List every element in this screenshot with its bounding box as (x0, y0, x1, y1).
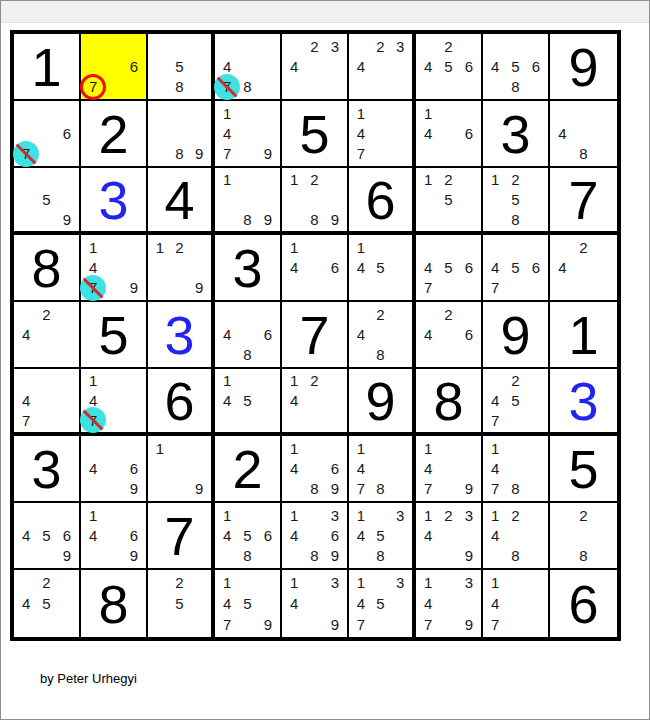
candidate-7[interactable]: 7 (83, 278, 103, 298)
candidate-5[interactable]: 5 (170, 56, 190, 76)
cell-r9c4[interactable]: 14579 (215, 570, 282, 637)
cell-r4c7[interactable]: 4567 (416, 235, 483, 302)
candidate-4[interactable]: 4 (16, 391, 36, 411)
candidate-5[interactable]: 5 (438, 257, 458, 277)
candidate-4[interactable]: 4 (16, 324, 36, 344)
candidate-9[interactable]: 9 (459, 546, 479, 566)
candidate-empty (124, 371, 144, 391)
candidate-empty (103, 56, 123, 76)
cell-r8c5[interactable]: 134689 (282, 503, 349, 570)
candidate-6[interactable]: 6 (325, 458, 345, 478)
candidate-4[interactable]: 4 (284, 458, 304, 478)
candidate-1[interactable]: 1 (485, 170, 505, 190)
cell-r9c5[interactable]: 1349 (282, 570, 349, 637)
candidate-7[interactable]: 7 (83, 77, 103, 97)
cell-r1c8[interactable]: 4568 (483, 34, 550, 101)
candidate-empty (459, 525, 479, 545)
cell-r1c3[interactable]: 58 (148, 34, 215, 101)
candidate-1[interactable]: 1 (418, 103, 438, 123)
cell-r6c6[interactable]: 9 (349, 369, 416, 436)
candidate-9[interactable]: 9 (124, 546, 144, 566)
candidate-5[interactable]: 5 (237, 525, 257, 545)
cell-r2c7[interactable]: 146 (416, 101, 483, 168)
candidate-4[interactable]: 4 (83, 458, 103, 478)
candidate-9[interactable]: 9 (189, 479, 209, 499)
candidate-4[interactable]: 4 (485, 458, 505, 478)
candidate-1[interactable]: 1 (351, 237, 371, 257)
candidate-4[interactable]: 4 (351, 123, 371, 143)
candidate-3[interactable]: 3 (325, 505, 345, 525)
candidate-2[interactable]: 2 (304, 36, 324, 56)
candidate-4[interactable]: 4 (351, 324, 371, 344)
candidate-1[interactable]: 1 (83, 237, 103, 257)
candidate-empty (124, 438, 144, 458)
candidate-8[interactable]: 8 (237, 77, 257, 97)
given-digit: 7 (282, 302, 347, 367)
candidate-4[interactable]: 4 (418, 257, 438, 277)
candidate-1[interactable]: 1 (83, 371, 103, 391)
cell-r8c7[interactable]: 12349 (416, 503, 483, 570)
candidate-2[interactable]: 2 (36, 572, 56, 593)
candidate-8[interactable]: 8 (304, 546, 324, 566)
candidate-empty (418, 546, 438, 566)
candidate-8[interactable]: 8 (237, 209, 257, 229)
candidate-9[interactable]: 9 (459, 614, 479, 635)
candidate-4[interactable]: 4 (217, 525, 237, 545)
candidate-4[interactable]: 4 (351, 257, 371, 277)
candidate-empty (526, 438, 546, 458)
cell-r3c4[interactable]: 189 (215, 168, 282, 235)
candidate-8[interactable]: 8 (371, 479, 391, 499)
candidate-4[interactable]: 4 (418, 123, 438, 143)
candidate-empty (237, 123, 257, 143)
candidate-8[interactable]: 8 (170, 144, 190, 164)
candidate-4[interactable]: 4 (418, 56, 438, 76)
candidate-4[interactable]: 4 (16, 593, 36, 614)
candidate-1[interactable]: 1 (418, 572, 438, 593)
candidate-7[interactable]: 7 (418, 278, 438, 298)
cell-r2c4[interactable]: 1479 (215, 101, 282, 168)
cell-r2c8[interactable]: 3 (483, 101, 550, 168)
candidate-9[interactable]: 9 (325, 479, 345, 499)
candidate-8[interactable]: 8 (237, 546, 257, 566)
cell-r7c4[interactable]: 2 (215, 436, 282, 503)
candidate-7[interactable]: 7 (485, 278, 505, 298)
candidate-8[interactable]: 8 (505, 77, 525, 97)
candidate-1[interactable]: 1 (418, 438, 438, 458)
cell-r9c6[interactable]: 13457 (349, 570, 416, 637)
cell-r9c3[interactable]: 25 (148, 570, 215, 637)
candidate-1[interactable]: 1 (418, 505, 438, 525)
candidate-empty (258, 103, 278, 123)
candidate-6[interactable]: 6 (124, 458, 144, 478)
candidate-1[interactable]: 1 (485, 505, 505, 525)
candidate-4[interactable]: 4 (284, 593, 304, 614)
candidate-4[interactable]: 4 (485, 593, 505, 614)
candidate-8[interactable]: 8 (237, 345, 257, 365)
candidate-4[interactable]: 4 (217, 123, 237, 143)
cell-r3c8[interactable]: 1258 (483, 168, 550, 235)
candidate-5[interactable]: 5 (36, 525, 56, 545)
candidate-1[interactable]: 1 (351, 438, 371, 458)
candidate-3[interactable]: 3 (390, 36, 410, 56)
candidate-2[interactable]: 2 (505, 170, 525, 190)
given-digit: 5 (81, 302, 146, 367)
candidate-9[interactable]: 9 (189, 144, 209, 164)
candidate-4[interactable]: 4 (418, 593, 438, 614)
candidate-3[interactable]: 3 (390, 572, 410, 593)
candidate-8[interactable]: 8 (505, 546, 525, 566)
candidate-4[interactable]: 4 (217, 593, 237, 614)
candidate-4[interactable]: 4 (284, 56, 304, 76)
candidate-1[interactable]: 1 (284, 505, 304, 525)
candidate-2[interactable]: 2 (505, 505, 525, 525)
candidate-9[interactable]: 9 (57, 546, 77, 566)
cell-r5c4[interactable]: 468 (215, 302, 282, 369)
candidate-7[interactable]: 7 (351, 144, 371, 164)
candidate-6[interactable]: 6 (459, 324, 479, 344)
candidate-4[interactable]: 4 (351, 56, 371, 76)
candidate-empty (304, 525, 324, 545)
cell-r1c5[interactable]: 234 (282, 34, 349, 101)
candidate-6[interactable]: 6 (325, 525, 345, 545)
cell-r6c1[interactable]: 47 (14, 369, 81, 436)
cell-r1c2[interactable]: 67 (81, 34, 148, 101)
candidate-7[interactable]: 7 (16, 410, 36, 430)
candidate-5[interactable]: 5 (237, 391, 257, 411)
candidate-7[interactable]: 7 (485, 410, 505, 430)
candidate-6[interactable]: 6 (124, 56, 144, 76)
candidate-4[interactable]: 4 (284, 257, 304, 277)
candidate-7[interactable]: 7 (485, 479, 505, 499)
cell-r5c7[interactable]: 246 (416, 302, 483, 369)
candidate-1[interactable]: 1 (351, 572, 371, 593)
cell-r1c6[interactable]: 234 (349, 34, 416, 101)
given-digit: 4 (148, 168, 211, 231)
candidate-9[interactable]: 9 (325, 209, 345, 229)
candidate-9[interactable]: 9 (325, 546, 345, 566)
cell-r3c2[interactable]: 3 (81, 168, 148, 235)
cell-r9c7[interactable]: 13479 (416, 570, 483, 637)
cell-r9c8[interactable]: 147 (483, 570, 550, 637)
cell-r3c5[interactable]: 1289 (282, 168, 349, 235)
candidate-3[interactable]: 3 (325, 572, 345, 593)
candidate-9[interactable]: 9 (258, 209, 278, 229)
candidate-1[interactable]: 1 (217, 371, 237, 391)
candidate-empty (325, 593, 345, 614)
cell-r5c3[interactable]: 3 (148, 302, 215, 369)
candidate-4[interactable]: 4 (351, 593, 371, 614)
candidate-6[interactable]: 6 (57, 525, 77, 545)
cell-r4c3[interactable]: 129 (148, 235, 215, 302)
cell-r3c6[interactable]: 6 (349, 168, 416, 235)
candidate-4[interactable]: 4 (217, 324, 237, 344)
candidate-6[interactable]: 6 (124, 525, 144, 545)
candidate-5[interactable]: 5 (505, 391, 525, 411)
candidate-1[interactable]: 1 (351, 103, 371, 123)
candidate-7[interactable]: 7 (217, 614, 237, 635)
cell-r8c1[interactable]: 4569 (14, 503, 81, 570)
candidate-9[interactable]: 9 (459, 479, 479, 499)
cell-r4c5[interactable]: 146 (282, 235, 349, 302)
cell-r3c7[interactable]: 125 (416, 168, 483, 235)
candidate-6[interactable]: 6 (258, 525, 278, 545)
candidate-1[interactable]: 1 (351, 505, 371, 525)
candidate-empty (57, 505, 77, 525)
candidate-empty (418, 304, 438, 324)
candidate-empty (150, 278, 170, 298)
cell-r2c2[interactable]: 2 (81, 101, 148, 168)
candidate-9[interactable]: 9 (325, 614, 345, 635)
candidate-1[interactable]: 1 (217, 103, 237, 123)
candidate-6[interactable]: 6 (325, 257, 345, 277)
cell-r7c9[interactable]: 5 (550, 436, 617, 503)
candidate-empty (304, 593, 324, 614)
candidate-5[interactable]: 5 (237, 593, 257, 614)
cell-r7c8[interactable]: 1478 (483, 436, 550, 503)
candidate-1[interactable]: 1 (284, 572, 304, 593)
cell-r5c1[interactable]: 24 (14, 302, 81, 369)
cell-r2c6[interactable]: 147 (349, 101, 416, 168)
cell-r5c2[interactable]: 5 (81, 302, 148, 369)
candidate-8[interactable]: 8 (505, 479, 525, 499)
candidate-5[interactable]: 5 (36, 593, 56, 614)
candidate-5[interactable]: 5 (371, 593, 391, 614)
candidate-3[interactable]: 3 (459, 572, 479, 593)
candidate-1[interactable]: 1 (217, 505, 237, 525)
candidate-2[interactable]: 2 (438, 170, 458, 190)
cell-r4c6[interactable]: 145 (349, 235, 416, 302)
cell-r9c2[interactable]: 8 (81, 570, 148, 637)
cell-r2c1[interactable]: 67 (14, 101, 81, 168)
candidate-2[interactable]: 2 (170, 237, 190, 257)
candidate-3[interactable]: 3 (459, 505, 479, 525)
candidate-9[interactable]: 9 (189, 278, 209, 298)
candidate-4[interactable]: 4 (552, 257, 573, 277)
cell-r6c8[interactable]: 2457 (483, 369, 550, 436)
candidate-4[interactable]: 4 (351, 525, 371, 545)
candidate-7[interactable]: 7 (418, 614, 438, 635)
cell-r7c6[interactable]: 1478 (349, 436, 416, 503)
candidate-8[interactable]: 8 (304, 209, 324, 229)
candidate-9[interactable]: 9 (124, 278, 144, 298)
candidate-8[interactable]: 8 (371, 546, 391, 566)
cell-r4c8[interactable]: 4567 (483, 235, 550, 302)
candidate-4[interactable]: 4 (418, 525, 438, 545)
candidate-2[interactable]: 2 (438, 36, 458, 56)
cell-r4c4[interactable]: 3 (215, 235, 282, 302)
candidate-2[interactable]: 2 (573, 237, 594, 257)
candidate-6[interactable]: 6 (459, 257, 479, 277)
candidate-8[interactable]: 8 (573, 144, 594, 164)
candidate-1[interactable]: 1 (150, 237, 170, 257)
cell-r6c9[interactable]: 3 (550, 369, 617, 436)
candidate-2[interactable]: 2 (304, 371, 324, 391)
cell-r2c9[interactable]: 48 (550, 101, 617, 168)
candidate-3[interactable]: 3 (325, 36, 345, 56)
candidate-8[interactable]: 8 (170, 77, 190, 97)
candidate-7[interactable]: 7 (485, 614, 505, 635)
candidate-4[interactable]: 4 (485, 525, 505, 545)
candidate-7[interactable]: 7 (83, 410, 103, 430)
candidate-6[interactable]: 6 (459, 123, 479, 143)
candidate-2[interactable]: 2 (36, 304, 56, 324)
cell-r1c9[interactable]: 9 (550, 34, 617, 101)
candidate-1[interactable]: 1 (284, 438, 304, 458)
candidate-6[interactable]: 6 (258, 324, 278, 344)
cell-r5c6[interactable]: 248 (349, 302, 416, 369)
candidate-2[interactable]: 2 (304, 170, 324, 190)
candidate-6[interactable]: 6 (459, 56, 479, 76)
candidate-7[interactable]: 7 (217, 144, 237, 164)
candidate-1[interactable]: 1 (83, 505, 103, 525)
cell-r9c1[interactable]: 245 (14, 570, 81, 637)
candidate-5[interactable]: 5 (438, 190, 458, 210)
candidate-6[interactable]: 6 (526, 56, 546, 76)
cell-r5c5[interactable]: 7 (282, 302, 349, 369)
cell-r7c2[interactable]: 469 (81, 436, 148, 503)
candidate-5[interactable]: 5 (505, 257, 525, 277)
candidate-2[interactable]: 2 (170, 572, 190, 593)
cell-r6c3[interactable]: 6 (148, 369, 215, 436)
candidate-4[interactable]: 4 (16, 525, 36, 545)
cell-r1c7[interactable]: 2456 (416, 34, 483, 101)
candidate-5[interactable]: 5 (371, 257, 391, 277)
cell-r3c9[interactable]: 7 (550, 168, 617, 235)
candidate-1[interactable]: 1 (418, 170, 438, 190)
candidate-1[interactable]: 1 (284, 237, 304, 257)
candidate-2[interactable]: 2 (438, 505, 458, 525)
cell-r8c2[interactable]: 1469 (81, 503, 148, 570)
cell-r1c4[interactable]: 478 (215, 34, 282, 101)
candidate-1[interactable]: 1 (150, 438, 170, 458)
candidate-5[interactable]: 5 (438, 56, 458, 76)
cell-r8c6[interactable]: 13458 (349, 503, 416, 570)
candidate-9[interactable]: 9 (57, 209, 77, 229)
given-digit: 6 (148, 369, 211, 432)
candidate-empty (371, 614, 391, 635)
candidate-7[interactable]: 7 (418, 479, 438, 499)
candidate-empty (325, 278, 345, 298)
candidate-5[interactable]: 5 (505, 56, 525, 76)
cell-r5c8[interactable]: 9 (483, 302, 550, 369)
candidate-7[interactable]: 7 (351, 614, 371, 635)
cell-r9c9[interactable]: 6 (550, 570, 617, 637)
candidate-2[interactable]: 2 (371, 304, 391, 324)
candidate-4[interactable]: 4 (284, 525, 304, 545)
candidate-7[interactable]: 7 (217, 77, 237, 97)
cell-r8c8[interactable]: 1248 (483, 503, 550, 570)
candidate-empty (189, 257, 209, 277)
cell-r4c9[interactable]: 24 (550, 235, 617, 302)
candidate-2[interactable]: 2 (438, 304, 458, 324)
cell-r2c3[interactable]: 89 (148, 101, 215, 168)
candidate-1[interactable]: 1 (284, 371, 304, 391)
candidate-7[interactable]: 7 (351, 479, 371, 499)
cell-r8c4[interactable]: 14568 (215, 503, 282, 570)
candidate-1[interactable]: 1 (217, 170, 237, 190)
candidate-6[interactable]: 6 (57, 123, 77, 143)
candidate-4[interactable]: 4 (552, 123, 573, 143)
cell-r3c3[interactable]: 4 (148, 168, 215, 235)
cell-r4c1[interactable]: 8 (14, 235, 81, 302)
candidate-8[interactable]: 8 (371, 345, 391, 365)
candidate-empty (16, 505, 36, 525)
candidate-1[interactable]: 1 (284, 170, 304, 190)
cell-r8c9[interactable]: 28 (550, 503, 617, 570)
candidate-9[interactable]: 9 (258, 144, 278, 164)
candidate-4[interactable]: 4 (418, 458, 438, 478)
candidate-2[interactable]: 2 (573, 505, 594, 525)
cell-r8c3[interactable]: 7 (148, 503, 215, 570)
cell-r3c1[interactable]: 59 (14, 168, 81, 235)
candidate-empty (526, 546, 546, 566)
cell-r7c1[interactable]: 3 (14, 436, 81, 503)
candidate-empty (83, 36, 103, 56)
candidate-3[interactable]: 3 (390, 505, 410, 525)
pencil-marks: 67 (82, 35, 145, 98)
cell-r4c2[interactable]: 1479 (81, 235, 148, 302)
pencil-marks: 146 (417, 102, 480, 165)
candidate-2[interactable]: 2 (371, 36, 391, 56)
candidate-7[interactable]: 7 (16, 144, 36, 164)
candidate-1[interactable]: 1 (217, 572, 237, 593)
given-digit: 1 (550, 302, 617, 367)
pencil-marks: 4569 (15, 504, 78, 567)
candidate-2[interactable]: 2 (505, 371, 525, 391)
cell-r7c5[interactable]: 14689 (282, 436, 349, 503)
candidate-empty (103, 505, 123, 525)
candidate-8[interactable]: 8 (505, 209, 525, 229)
cell-r5c9[interactable]: 1 (550, 302, 617, 369)
cell-r2c5[interactable]: 5 (282, 101, 349, 168)
pencil-marks: 147 (350, 102, 411, 165)
candidate-1[interactable]: 1 (485, 572, 505, 593)
candidate-5[interactable]: 5 (170, 593, 190, 614)
candidate-5[interactable]: 5 (505, 190, 525, 210)
candidate-4[interactable]: 4 (418, 324, 438, 344)
candidate-empty (371, 56, 391, 76)
candidate-4[interactable]: 4 (485, 56, 505, 76)
candidate-empty (438, 593, 458, 614)
candidate-8[interactable]: 8 (573, 546, 594, 566)
candidate-empty (526, 572, 546, 593)
cell-r6c5[interactable]: 124 (282, 369, 349, 436)
candidate-empty (124, 237, 144, 257)
cell-r6c7[interactable]: 8 (416, 369, 483, 436)
candidate-6[interactable]: 6 (526, 257, 546, 277)
candidate-4[interactable]: 4 (485, 257, 505, 277)
cell-r6c4[interactable]: 145 (215, 369, 282, 436)
candidate-9[interactable]: 9 (258, 614, 278, 635)
candidate-1[interactable]: 1 (485, 438, 505, 458)
candidate-5[interactable]: 5 (371, 525, 391, 545)
cell-r1c1[interactable]: 1 (14, 34, 81, 101)
candidate-4[interactable]: 4 (485, 391, 505, 411)
cell-r6c2[interactable]: 147 (81, 369, 148, 436)
cell-r7c3[interactable]: 19 (148, 436, 215, 503)
cell-r7c7[interactable]: 1479 (416, 436, 483, 503)
candidate-5[interactable]: 5 (36, 190, 56, 210)
candidate-9[interactable]: 9 (124, 479, 144, 499)
candidate-4[interactable]: 4 (217, 391, 237, 411)
candidate-empty (237, 371, 257, 391)
candidate-empty (390, 144, 410, 164)
candidate-4[interactable]: 4 (284, 391, 304, 411)
candidate-4[interactable]: 4 (351, 458, 371, 478)
candidate-8[interactable]: 8 (304, 479, 324, 499)
candidate-4[interactable]: 4 (83, 525, 103, 545)
